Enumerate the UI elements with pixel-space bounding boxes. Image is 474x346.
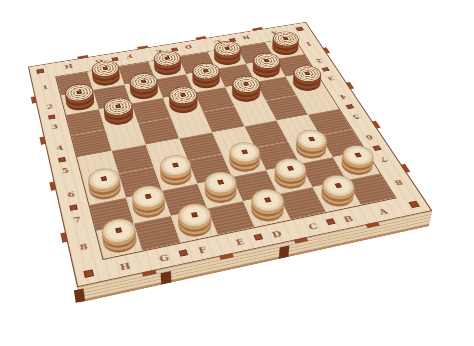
edge-joint-tab bbox=[49, 181, 56, 191]
center-emblem bbox=[263, 59, 269, 63]
file-label-bottom-f: F bbox=[193, 243, 213, 258]
center-emblem bbox=[100, 176, 107, 181]
corner-bracket bbox=[74, 288, 85, 302]
file-label-top-d: D bbox=[181, 42, 196, 51]
rank-label-right-6: 6 bbox=[360, 132, 379, 143]
center-emblem bbox=[144, 194, 151, 200]
file-label-bottom-c: C bbox=[303, 220, 323, 234]
center-emblem bbox=[354, 153, 361, 158]
edge-joint-tab bbox=[77, 55, 88, 59]
frame-inlay bbox=[346, 104, 355, 109]
file-label-bottom-a: A bbox=[373, 205, 394, 219]
rank-label-right-2: 2 bbox=[311, 56, 327, 65]
corner-joint bbox=[408, 201, 420, 209]
center-emblem bbox=[263, 197, 270, 203]
rank-label-right-5: 5 bbox=[347, 111, 365, 122]
corner-joint bbox=[295, 27, 304, 32]
rank-label-left-1: 1 bbox=[38, 83, 53, 93]
center-emblem bbox=[76, 90, 82, 94]
rank-label-right-4: 4 bbox=[334, 92, 352, 102]
center-emblem bbox=[140, 79, 146, 83]
frame-inlay bbox=[69, 204, 78, 211]
frame-inlay bbox=[326, 218, 336, 225]
edge-joint-tab bbox=[137, 45, 148, 49]
center-emblem bbox=[172, 163, 179, 168]
center-emblem bbox=[190, 212, 197, 218]
center-emblem bbox=[308, 137, 315, 142]
frame-inlay bbox=[48, 114, 56, 119]
file-label-bottom-b: B bbox=[338, 212, 359, 226]
center-emblem bbox=[243, 82, 249, 86]
frame-inlay bbox=[179, 249, 189, 256]
file-label-top-f: F bbox=[122, 52, 137, 61]
dark-checker-h2[interactable] bbox=[64, 92, 96, 113]
corner-joint bbox=[83, 269, 94, 278]
edge-joint-tab bbox=[31, 96, 37, 104]
rank-label-right-3: 3 bbox=[323, 73, 340, 83]
edge-joint-tab bbox=[252, 27, 263, 31]
rank-label-left-2: 2 bbox=[42, 102, 57, 112]
wall-clip bbox=[279, 245, 290, 259]
checkers-board: 1122334455667788HHGGFFEEDDCCBBAA bbox=[28, 22, 432, 287]
corner-joint bbox=[36, 69, 44, 74]
file-label-top-b: B bbox=[238, 33, 253, 42]
file-label-bottom-d: D bbox=[267, 227, 287, 241]
frame-inlay bbox=[322, 67, 330, 72]
edge-joint-tab bbox=[195, 36, 206, 40]
rank-label-left-6: 6 bbox=[62, 188, 80, 201]
center-emblem bbox=[102, 66, 108, 70]
file-label-top-h: H bbox=[61, 61, 76, 70]
center-emblem bbox=[164, 56, 170, 60]
center-emblem bbox=[224, 46, 230, 50]
center-emblem bbox=[334, 183, 342, 188]
edge-joint-tab bbox=[60, 232, 68, 243]
center-emblem bbox=[282, 37, 288, 41]
edge-joint-tab bbox=[39, 136, 46, 144]
center-emblem bbox=[115, 104, 121, 108]
center-emblem bbox=[304, 71, 310, 75]
center-emblem bbox=[241, 149, 248, 154]
rank-label-right-8: 8 bbox=[389, 176, 409, 189]
file-label-bottom-h: H bbox=[115, 259, 135, 274]
center-emblem bbox=[217, 180, 224, 185]
rank-label-left-5: 5 bbox=[57, 165, 74, 177]
scene: 1122334455667788HHGGFFEEDDCCBBAA bbox=[49, 0, 373, 294]
center-emblem bbox=[115, 227, 122, 233]
rank-label-left-7: 7 bbox=[68, 213, 86, 227]
rank-label-left-4: 4 bbox=[52, 142, 68, 154]
wall-clip bbox=[161, 271, 172, 285]
file-label-bottom-g: G bbox=[154, 251, 174, 266]
dark-checker-e3[interactable] bbox=[166, 94, 200, 115]
center-emblem bbox=[286, 166, 293, 171]
product-photo-canvas: 1122334455667788HHGGFFEEDDCCBBAA bbox=[0, 0, 474, 346]
rank-label-right-1: 1 bbox=[301, 39, 317, 48]
center-emblem bbox=[180, 93, 186, 97]
rank-label-right-7: 7 bbox=[374, 153, 393, 165]
file-label-bottom-e: E bbox=[230, 235, 250, 250]
rank-label-left-8: 8 bbox=[74, 240, 93, 255]
light-checker-a7[interactable] bbox=[336, 153, 376, 178]
frame-inlay bbox=[372, 145, 382, 151]
rank-label-left-3: 3 bbox=[47, 121, 63, 132]
frame-inlay bbox=[58, 157, 66, 163]
center-emblem bbox=[202, 69, 208, 73]
frame-inlay bbox=[253, 234, 263, 241]
